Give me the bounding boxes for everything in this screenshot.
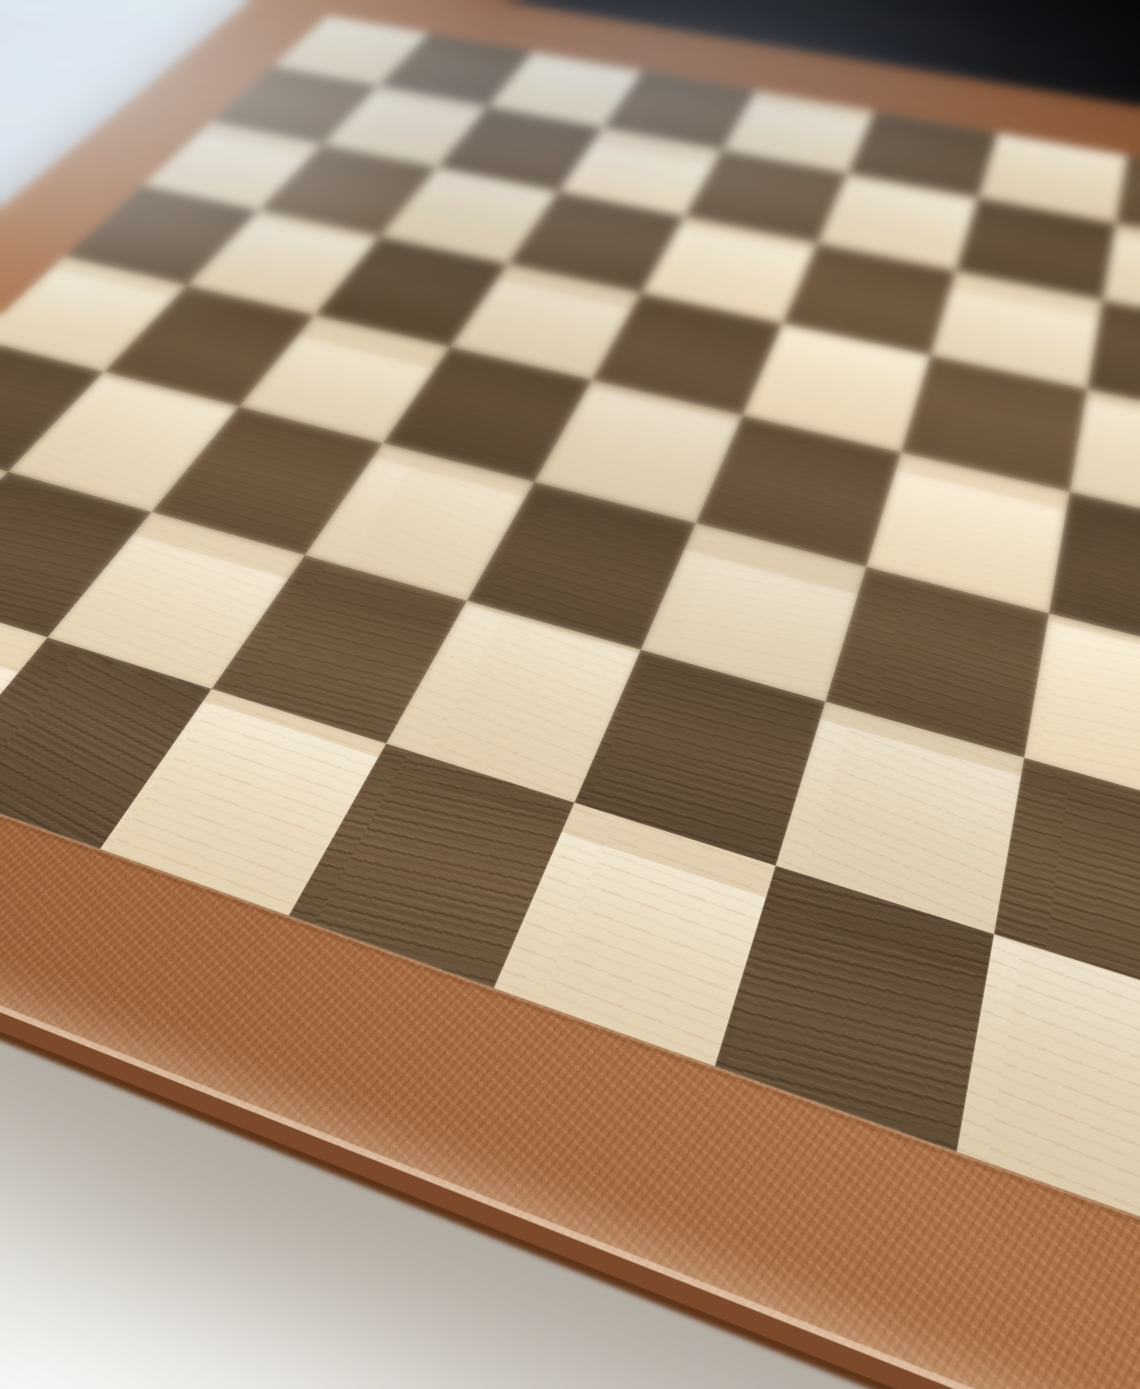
photo-scene: Handmade walnut and maple chessboard wit… — [0, 0, 1140, 1389]
playing-field — [0, 16, 1140, 1245]
